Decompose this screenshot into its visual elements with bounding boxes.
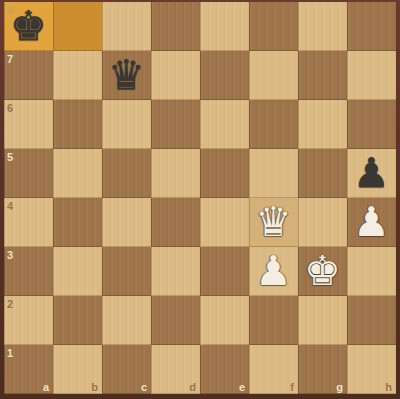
file-label-f: f	[290, 381, 294, 393]
file-label-g: g	[336, 381, 343, 393]
square-h1[interactable]: h	[347, 345, 396, 394]
square-f5[interactable]	[249, 149, 298, 198]
square-d7[interactable]	[151, 51, 200, 100]
square-d8[interactable]	[151, 2, 200, 51]
square-e6[interactable]	[200, 100, 249, 149]
rank-label-3: 3	[7, 249, 13, 261]
square-g5[interactable]	[298, 149, 347, 198]
square-f6[interactable]	[249, 100, 298, 149]
white-pawn[interactable]: ♟	[249, 247, 298, 296]
square-g3[interactable]: ♚	[298, 247, 347, 296]
square-b2[interactable]	[53, 296, 102, 345]
square-e3[interactable]	[200, 247, 249, 296]
square-a2[interactable]: 2	[4, 296, 53, 345]
black-queen[interactable]: ♛	[102, 51, 151, 100]
square-a7[interactable]: 7	[4, 51, 53, 100]
white-pawn[interactable]: ♟	[347, 198, 396, 247]
rank-label-4: 4	[7, 200, 13, 212]
square-h3[interactable]	[347, 247, 396, 296]
square-c4[interactable]	[102, 198, 151, 247]
square-c2[interactable]	[102, 296, 151, 345]
square-h4[interactable]: ♟	[347, 198, 396, 247]
chess-board: 8♚7♛65♟4♛♟3♟♚21abcdefgh	[4, 2, 396, 394]
white-king[interactable]: ♚	[298, 247, 347, 296]
square-g7[interactable]	[298, 51, 347, 100]
square-d5[interactable]	[151, 149, 200, 198]
square-f2[interactable]	[249, 296, 298, 345]
square-d2[interactable]	[151, 296, 200, 345]
file-label-a: a	[43, 381, 49, 393]
square-a1[interactable]: 1a	[4, 345, 53, 394]
rank-label-7: 7	[7, 53, 13, 65]
square-e7[interactable]	[200, 51, 249, 100]
square-f3[interactable]: ♟	[249, 247, 298, 296]
square-c5[interactable]	[102, 149, 151, 198]
square-g8[interactable]	[298, 2, 347, 51]
square-g4[interactable]	[298, 198, 347, 247]
square-f7[interactable]	[249, 51, 298, 100]
rank-label-6: 6	[7, 102, 13, 114]
square-d6[interactable]	[151, 100, 200, 149]
file-label-b: b	[91, 381, 98, 393]
square-b7[interactable]	[53, 51, 102, 100]
square-e1[interactable]: e	[200, 345, 249, 394]
square-c6[interactable]	[102, 100, 151, 149]
square-b3[interactable]	[53, 247, 102, 296]
square-d3[interactable]	[151, 247, 200, 296]
square-b1[interactable]: b	[53, 345, 102, 394]
square-h5[interactable]: ♟	[347, 149, 396, 198]
file-label-c: c	[141, 381, 147, 393]
square-f1[interactable]: f	[249, 345, 298, 394]
square-g2[interactable]	[298, 296, 347, 345]
square-e8[interactable]	[200, 2, 249, 51]
white-queen[interactable]: ♛	[249, 198, 298, 247]
square-a3[interactable]: 3	[4, 247, 53, 296]
square-c1[interactable]: c	[102, 345, 151, 394]
square-b4[interactable]	[53, 198, 102, 247]
square-e5[interactable]	[200, 149, 249, 198]
black-pawn[interactable]: ♟	[347, 149, 396, 198]
square-c7[interactable]: ♛	[102, 51, 151, 100]
square-b6[interactable]	[53, 100, 102, 149]
square-a4[interactable]: 4	[4, 198, 53, 247]
square-g6[interactable]	[298, 100, 347, 149]
square-h6[interactable]	[347, 100, 396, 149]
rank-label-5: 5	[7, 151, 13, 163]
square-a6[interactable]: 6	[4, 100, 53, 149]
square-e4[interactable]	[200, 198, 249, 247]
rank-label-1: 1	[7, 347, 13, 359]
square-c8[interactable]	[102, 2, 151, 51]
square-e2[interactable]	[200, 296, 249, 345]
square-a5[interactable]: 5	[4, 149, 53, 198]
square-f8[interactable]	[249, 2, 298, 51]
file-label-e: e	[239, 381, 245, 393]
board-frame: 8♚7♛65♟4♛♟3♟♚21abcdefgh	[0, 0, 400, 399]
square-b8[interactable]	[53, 2, 102, 51]
square-h7[interactable]	[347, 51, 396, 100]
square-d4[interactable]	[151, 198, 200, 247]
file-label-h: h	[385, 381, 392, 393]
square-b5[interactable]	[53, 149, 102, 198]
rank-label-2: 2	[7, 298, 13, 310]
file-label-d: d	[189, 381, 196, 393]
square-h8[interactable]	[347, 2, 396, 51]
square-h2[interactable]	[347, 296, 396, 345]
square-g1[interactable]: g	[298, 345, 347, 394]
square-c3[interactable]	[102, 247, 151, 296]
black-king[interactable]: ♚	[4, 2, 53, 51]
square-f4[interactable]: ♛	[249, 198, 298, 247]
square-a8[interactable]: 8♚	[4, 2, 53, 51]
square-d1[interactable]: d	[151, 345, 200, 394]
